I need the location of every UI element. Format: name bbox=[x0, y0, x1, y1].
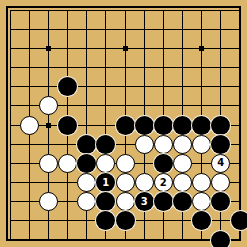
hoshi-point bbox=[199, 46, 204, 51]
black-stone bbox=[154, 154, 173, 173]
black-stone bbox=[192, 116, 211, 135]
hoshi-point bbox=[46, 46, 51, 51]
black-stone bbox=[211, 135, 230, 154]
black-stone bbox=[77, 135, 96, 154]
hoshi-point bbox=[123, 46, 128, 51]
white-stone bbox=[173, 173, 192, 192]
white-stone bbox=[58, 154, 77, 173]
black-stone bbox=[58, 116, 77, 135]
white-stone bbox=[116, 154, 135, 173]
black-stone bbox=[154, 192, 173, 211]
white-stone bbox=[192, 135, 211, 154]
black-stone bbox=[154, 116, 173, 135]
hoshi-point bbox=[46, 123, 51, 128]
white-stone bbox=[154, 135, 173, 154]
move-number-label: 4 bbox=[217, 158, 224, 168]
black-stone bbox=[77, 154, 96, 173]
white-stone bbox=[39, 154, 58, 173]
black-stone bbox=[173, 116, 192, 135]
black-stone bbox=[116, 211, 135, 230]
white-stone: 2 bbox=[154, 173, 173, 192]
white-stone bbox=[116, 192, 135, 211]
black-stone bbox=[96, 135, 115, 154]
black-stone bbox=[116, 116, 135, 135]
move-number-label: 1 bbox=[102, 178, 109, 188]
go-board[interactable]: 4123 bbox=[0, 0, 247, 247]
white-stone bbox=[39, 192, 58, 211]
move-number-label: 2 bbox=[160, 178, 167, 188]
white-stone bbox=[173, 154, 192, 173]
white-stone bbox=[116, 173, 135, 192]
grid-line-horizontal-12 bbox=[10, 240, 241, 241]
move-number-label: 3 bbox=[141, 197, 148, 207]
white-stone bbox=[135, 173, 154, 192]
white-stone bbox=[135, 135, 154, 154]
grid-line-vertical-12 bbox=[240, 10, 241, 241]
white-stone bbox=[20, 116, 39, 135]
black-stone bbox=[135, 116, 154, 135]
black-stone: 3 bbox=[135, 192, 154, 211]
black-stone bbox=[211, 116, 230, 135]
white-stone bbox=[173, 135, 192, 154]
